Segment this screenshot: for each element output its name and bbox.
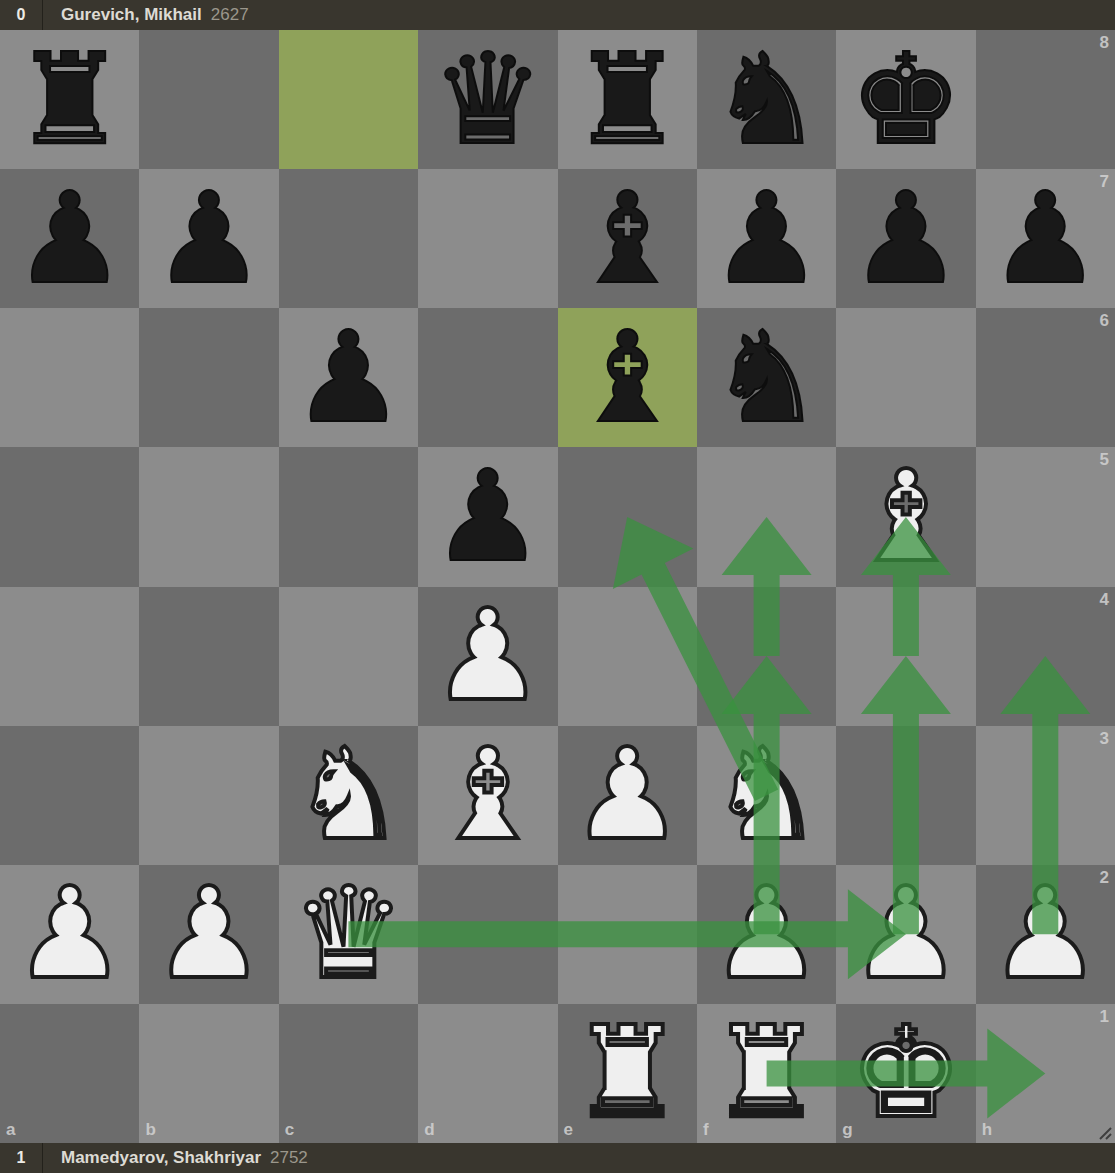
black-pawn[interactable]: ♟ <box>139 169 278 308</box>
square-a5[interactable] <box>0 447 139 586</box>
square-g2[interactable]: ♟ <box>836 865 975 1004</box>
square-b5[interactable] <box>139 447 278 586</box>
chess-app: 0 Gurevich, Mikhail 2627 ♜♛♜♞♚8♟♟♝♟♟♟7♟♝… <box>0 0 1115 1173</box>
square-e5[interactable] <box>558 447 697 586</box>
square-d7[interactable] <box>418 169 557 308</box>
white-pawn[interactable]: ♟ <box>558 726 697 865</box>
player-rating-white: 2752 <box>270 1148 308 1168</box>
white-bishop[interactable]: ♝ <box>836 447 975 586</box>
square-b7[interactable]: ♟ <box>139 169 278 308</box>
square-d2[interactable] <box>418 865 557 1004</box>
square-b2[interactable]: ♟ <box>139 865 278 1004</box>
square-e1[interactable]: ♜e <box>558 1004 697 1143</box>
square-d4[interactable]: ♟ <box>418 587 557 726</box>
square-d1[interactable]: d <box>418 1004 557 1143</box>
square-b1[interactable]: b <box>139 1004 278 1143</box>
white-pawn[interactable]: ♟ <box>418 587 557 726</box>
square-f1[interactable]: ♜f <box>697 1004 836 1143</box>
resize-handle-icon[interactable] <box>1098 1126 1112 1140</box>
square-b3[interactable] <box>139 726 278 865</box>
black-king[interactable]: ♚ <box>836 30 975 169</box>
square-a4[interactable] <box>0 587 139 726</box>
square-e3[interactable]: ♟ <box>558 726 697 865</box>
square-c1[interactable]: c <box>279 1004 418 1143</box>
square-h6[interactable]: 6 <box>976 308 1115 447</box>
square-e6[interactable]: ♝ <box>558 308 697 447</box>
white-pawn[interactable]: ♟ <box>836 865 975 1004</box>
black-bishop[interactable]: ♝ <box>558 169 697 308</box>
file-label-d: d <box>424 1120 434 1140</box>
chess-board[interactable]: ♜♛♜♞♚8♟♟♝♟♟♟7♟♝♞6♟♝5♟4♞♝♟♞3♟♟♛♟♟♟2abcd♜e… <box>0 30 1115 1143</box>
score-white: 1 <box>0 1143 43 1173</box>
square-h7[interactable]: ♟7 <box>976 169 1115 308</box>
square-d5[interactable]: ♟ <box>418 447 557 586</box>
white-pawn[interactable]: ♟ <box>976 865 1115 1004</box>
square-c5[interactable] <box>279 447 418 586</box>
black-knight[interactable]: ♞ <box>697 30 836 169</box>
square-g4[interactable] <box>836 587 975 726</box>
square-h1[interactable]: 1h <box>976 1004 1115 1143</box>
rank-label-2: 2 <box>1100 868 1109 888</box>
white-knight[interactable]: ♞ <box>279 726 418 865</box>
square-b6[interactable] <box>139 308 278 447</box>
square-g7[interactable]: ♟ <box>836 169 975 308</box>
black-pawn[interactable]: ♟ <box>418 447 557 586</box>
rank-label-3: 3 <box>1100 729 1109 749</box>
square-g1[interactable]: ♚g <box>836 1004 975 1143</box>
square-h3[interactable]: 3 <box>976 726 1115 865</box>
black-bishop[interactable]: ♝ <box>558 308 697 447</box>
square-c8[interactable] <box>279 30 418 169</box>
file-label-f: f <box>703 1120 709 1140</box>
square-f2[interactable]: ♟ <box>697 865 836 1004</box>
file-label-e: e <box>564 1120 573 1140</box>
white-rook[interactable]: ♜ <box>697 1004 836 1143</box>
white-bishop[interactable]: ♝ <box>418 726 557 865</box>
black-rook[interactable]: ♜ <box>0 30 139 169</box>
square-e4[interactable] <box>558 587 697 726</box>
square-a8[interactable]: ♜ <box>0 30 139 169</box>
player-name-white: Mamedyarov, Shakhriyar <box>61 1148 261 1168</box>
square-f8[interactable]: ♞ <box>697 30 836 169</box>
square-c2[interactable]: ♛ <box>279 865 418 1004</box>
square-a1[interactable]: a <box>0 1004 139 1143</box>
square-f4[interactable] <box>697 587 836 726</box>
square-c3[interactable]: ♞ <box>279 726 418 865</box>
square-g6[interactable] <box>836 308 975 447</box>
player-name-black: Gurevich, Mikhail <box>61 5 202 25</box>
rank-label-8: 8 <box>1100 33 1109 53</box>
square-a6[interactable] <box>0 308 139 447</box>
rank-label-4: 4 <box>1100 590 1109 610</box>
square-f7[interactable]: ♟ <box>697 169 836 308</box>
square-e7[interactable]: ♝ <box>558 169 697 308</box>
rank-label-7: 7 <box>1100 172 1109 192</box>
white-rook[interactable]: ♜ <box>558 1004 697 1143</box>
black-knight[interactable]: ♞ <box>697 308 836 447</box>
square-h5[interactable]: 5 <box>976 447 1115 586</box>
square-g3[interactable] <box>836 726 975 865</box>
square-d6[interactable] <box>418 308 557 447</box>
white-knight[interactable]: ♞ <box>697 726 836 865</box>
square-a3[interactable] <box>0 726 139 865</box>
rank-label-1: 1 <box>1100 1007 1109 1027</box>
square-h2[interactable]: ♟2 <box>976 865 1115 1004</box>
white-queen[interactable]: ♛ <box>279 865 418 1004</box>
square-d8[interactable]: ♛ <box>418 30 557 169</box>
square-f6[interactable]: ♞ <box>697 308 836 447</box>
rank-label-6: 6 <box>1100 311 1109 331</box>
square-e8[interactable]: ♜ <box>558 30 697 169</box>
white-pawn[interactable]: ♟ <box>0 865 139 1004</box>
black-pawn[interactable]: ♟ <box>697 169 836 308</box>
file-label-h: h <box>982 1120 992 1140</box>
square-b4[interactable] <box>139 587 278 726</box>
file-label-b: b <box>145 1120 155 1140</box>
square-c7[interactable] <box>279 169 418 308</box>
square-c4[interactable] <box>279 587 418 726</box>
file-label-c: c <box>285 1120 294 1140</box>
square-h8[interactable]: 8 <box>976 30 1115 169</box>
square-e2[interactable] <box>558 865 697 1004</box>
black-pawn[interactable]: ♟ <box>279 308 418 447</box>
file-label-a: a <box>6 1120 15 1140</box>
square-g5[interactable]: ♝ <box>836 447 975 586</box>
square-g8[interactable]: ♚ <box>836 30 975 169</box>
black-rook[interactable]: ♜ <box>558 30 697 169</box>
square-f3[interactable]: ♞ <box>697 726 836 865</box>
file-label-g: g <box>842 1120 852 1140</box>
square-d3[interactable]: ♝ <box>418 726 557 865</box>
player-rating-black: 2627 <box>211 5 249 25</box>
square-h4[interactable]: 4 <box>976 587 1115 726</box>
black-queen[interactable]: ♛ <box>418 30 557 169</box>
black-pawn[interactable]: ♟ <box>836 169 975 308</box>
player-bar-bottom: 1 Mamedyarov, Shakhriyar 2752 <box>0 1143 1115 1173</box>
black-pawn[interactable]: ♟ <box>976 169 1115 308</box>
square-a7[interactable]: ♟ <box>0 169 139 308</box>
square-a2[interactable]: ♟ <box>0 865 139 1004</box>
rank-label-5: 5 <box>1100 450 1109 470</box>
white-king[interactable]: ♚ <box>836 1004 975 1143</box>
white-pawn[interactable]: ♟ <box>139 865 278 1004</box>
square-c6[interactable]: ♟ <box>279 308 418 447</box>
square-b8[interactable] <box>139 30 278 169</box>
white-pawn[interactable]: ♟ <box>697 865 836 1004</box>
black-pawn[interactable]: ♟ <box>0 169 139 308</box>
square-f5[interactable] <box>697 447 836 586</box>
